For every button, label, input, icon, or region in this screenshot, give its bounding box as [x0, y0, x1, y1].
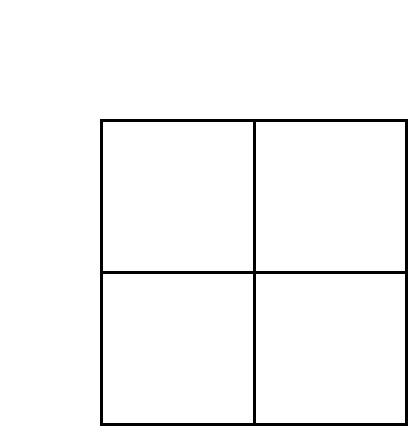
puzzle-board	[100, 119, 408, 426]
puzzle-grid	[103, 122, 405, 423]
